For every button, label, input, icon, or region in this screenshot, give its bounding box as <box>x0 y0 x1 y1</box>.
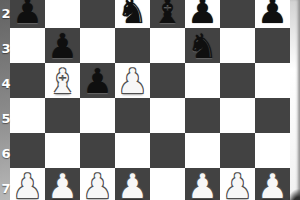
black-pawn[interactable]: ♟ <box>45 28 80 63</box>
square-r6-c7[interactable] <box>220 133 255 168</box>
square-r3-c3[interactable] <box>80 28 115 63</box>
square-r6-c2[interactable] <box>45 133 80 168</box>
white-bishop[interactable]: ♝ <box>45 63 80 98</box>
black-pawn[interactable]: ♟ <box>80 63 115 98</box>
white-pawn[interactable]: ♟ <box>185 168 220 200</box>
white-pawn[interactable]: ♟ <box>10 168 45 200</box>
square-r5-c6[interactable] <box>185 98 220 133</box>
square-r7-c3[interactable]: ♟ <box>80 168 115 200</box>
square-r7-c1[interactable]: ♟ <box>10 168 45 200</box>
rank-label-4: 4 <box>0 66 12 101</box>
white-pawn[interactable]: ♟ <box>80 168 115 200</box>
black-pawn[interactable]: ♟ <box>10 0 45 28</box>
square-r3-c1[interactable] <box>10 28 45 63</box>
square-r3-c8[interactable] <box>255 28 290 63</box>
square-r4-c6[interactable] <box>185 63 220 98</box>
square-r5-c7[interactable] <box>220 98 255 133</box>
rank-label-3: 3 <box>0 31 12 66</box>
square-r7-c2[interactable]: ♟ <box>45 168 80 200</box>
square-r2-c3[interactable] <box>80 0 115 28</box>
square-r3-c6[interactable]: ♞ <box>185 28 220 63</box>
rank-label-6: 6 <box>0 136 12 171</box>
square-r4-c4[interactable]: ♟ <box>115 63 150 98</box>
square-r4-c5[interactable] <box>150 63 185 98</box>
square-r2-c1[interactable]: ♟ <box>10 0 45 28</box>
black-knight[interactable]: ♞ <box>185 28 220 63</box>
white-pawn[interactable]: ♟ <box>115 168 150 200</box>
square-r5-c8[interactable] <box>255 98 290 133</box>
square-r2-c4[interactable]: ♞ <box>115 0 150 28</box>
square-r4-c2[interactable]: ♝ <box>45 63 80 98</box>
black-pawn[interactable]: ♟ <box>255 0 290 28</box>
board-right-edge <box>290 0 300 200</box>
rank-label-7: 7 <box>0 171 12 200</box>
square-r4-c8[interactable] <box>255 63 290 98</box>
square-r6-c8[interactable] <box>255 133 290 168</box>
square-r7-c8[interactable]: ♟ <box>255 168 290 200</box>
square-r2-c5[interactable]: ♝ <box>150 0 185 28</box>
square-r6-c3[interactable] <box>80 133 115 168</box>
white-pawn[interactable]: ♟ <box>255 168 290 200</box>
black-knight[interactable]: ♞ <box>115 0 150 28</box>
square-r6-c1[interactable] <box>10 133 45 168</box>
square-r6-c4[interactable] <box>115 133 150 168</box>
square-r3-c5[interactable] <box>150 28 185 63</box>
square-r7-c7[interactable]: ♟ <box>220 168 255 200</box>
rank-gutter-left: 234567 <box>0 0 10 200</box>
white-pawn[interactable]: ♟ <box>220 168 255 200</box>
square-r2-c7[interactable] <box>220 0 255 28</box>
square-r5-c4[interactable] <box>115 98 150 133</box>
chess-board-screen: ♟♞♝♟♟♟♞♝♟♟♟♟♟♟♟♟♟ 234567 <box>0 0 300 200</box>
square-r4-c7[interactable] <box>220 63 255 98</box>
square-r7-c6[interactable]: ♟ <box>185 168 220 200</box>
white-pawn[interactable]: ♟ <box>115 63 150 98</box>
square-r3-c4[interactable] <box>115 28 150 63</box>
chess-board: ♟♞♝♟♟♟♞♝♟♟♟♟♟♟♟♟♟ <box>10 0 290 200</box>
square-r2-c8[interactable]: ♟ <box>255 0 290 28</box>
rank-label-2: 2 <box>0 0 12 31</box>
square-r7-c5[interactable] <box>150 168 185 200</box>
square-r4-c1[interactable] <box>10 63 45 98</box>
square-r5-c1[interactable] <box>10 98 45 133</box>
square-r4-c3[interactable]: ♟ <box>80 63 115 98</box>
square-r5-c3[interactable] <box>80 98 115 133</box>
corner-shadow <box>287 189 300 200</box>
rank-label-5: 5 <box>0 101 12 136</box>
square-r3-c2[interactable]: ♟ <box>45 28 80 63</box>
square-r6-c5[interactable] <box>150 133 185 168</box>
square-r5-c5[interactable] <box>150 98 185 133</box>
black-pawn[interactable]: ♟ <box>185 0 220 28</box>
square-r7-c4[interactable]: ♟ <box>115 168 150 200</box>
square-r6-c6[interactable] <box>185 133 220 168</box>
square-r2-c2[interactable] <box>45 0 80 28</box>
square-r5-c2[interactable] <box>45 98 80 133</box>
square-r2-c6[interactable]: ♟ <box>185 0 220 28</box>
black-bishop[interactable]: ♝ <box>150 0 185 28</box>
square-r3-c7[interactable] <box>220 28 255 63</box>
white-pawn[interactable]: ♟ <box>45 168 80 200</box>
